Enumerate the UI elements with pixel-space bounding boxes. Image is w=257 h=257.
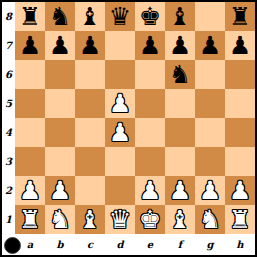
rank-label-1: 1 — [2, 205, 15, 234]
square-c8[interactable]: ♝ — [75, 2, 105, 31]
square-f4[interactable] — [165, 118, 195, 147]
black-pawn-icon[interactable]: ♟ — [165, 31, 195, 60]
square-d8[interactable]: ♛ — [105, 2, 135, 31]
white-queen-icon[interactable]: ♛ — [105, 205, 135, 234]
square-g2[interactable]: ♟ — [195, 176, 225, 205]
square-h5[interactable] — [225, 89, 255, 118]
square-c6[interactable] — [75, 60, 105, 89]
black-pawn-icon[interactable]: ♟ — [135, 31, 165, 60]
square-g3[interactable] — [195, 147, 225, 176]
square-a4[interactable] — [15, 118, 45, 147]
square-a3[interactable] — [15, 147, 45, 176]
square-a1[interactable]: ♜ — [15, 205, 45, 234]
square-d4[interactable]: ♟ — [105, 118, 135, 147]
square-f6[interactable]: ♞ — [165, 60, 195, 89]
white-pawn-icon[interactable]: ♟ — [225, 176, 255, 205]
square-g5[interactable] — [195, 89, 225, 118]
square-d3[interactable] — [105, 147, 135, 176]
square-d2[interactable] — [105, 176, 135, 205]
square-c1[interactable]: ♝ — [75, 205, 105, 234]
white-knight-icon[interactable]: ♞ — [195, 205, 225, 234]
square-f5[interactable] — [165, 89, 195, 118]
square-c3[interactable] — [75, 147, 105, 176]
square-b5[interactable] — [45, 89, 75, 118]
rank-label-2: 2 — [2, 176, 15, 205]
square-e2[interactable]: ♟ — [135, 176, 165, 205]
black-rook-icon[interactable]: ♜ — [225, 2, 255, 31]
square-c5[interactable] — [75, 89, 105, 118]
file-label-c: c — [75, 234, 105, 255]
white-bishop-icon[interactable]: ♝ — [165, 205, 195, 234]
white-bishop-icon[interactable]: ♝ — [75, 205, 105, 234]
rank-label-5: 5 — [2, 89, 15, 118]
square-c2[interactable] — [75, 176, 105, 205]
square-d5[interactable]: ♟ — [105, 89, 135, 118]
square-e4[interactable] — [135, 118, 165, 147]
square-a2[interactable]: ♟ — [15, 176, 45, 205]
chess-board[interactable]: ♜♞♝♛♚♝♜♟♟♟♟♟♟♟♞♟♟♟♟♟♟♟♟♜♞♝♛♚♝♞♜ — [15, 2, 255, 234]
square-e5[interactable] — [135, 89, 165, 118]
black-queen-icon[interactable]: ♛ — [105, 2, 135, 31]
white-pawn-icon[interactable]: ♟ — [105, 89, 135, 118]
file-label-b: b — [45, 234, 75, 255]
black-rook-icon[interactable]: ♜ — [15, 2, 45, 31]
black-knight-icon[interactable]: ♞ — [165, 60, 195, 89]
square-f7[interactable]: ♟ — [165, 31, 195, 60]
black-pawn-icon[interactable]: ♟ — [195, 31, 225, 60]
rank-label-8: 8 — [2, 2, 15, 31]
square-f2[interactable]: ♟ — [165, 176, 195, 205]
square-h4[interactable] — [225, 118, 255, 147]
square-d7[interactable] — [105, 31, 135, 60]
square-g8[interactable] — [195, 2, 225, 31]
black-pawn-icon[interactable]: ♟ — [75, 31, 105, 60]
square-f1[interactable]: ♝ — [165, 205, 195, 234]
white-pawn-icon[interactable]: ♟ — [45, 176, 75, 205]
white-rook-icon[interactable]: ♜ — [15, 205, 45, 234]
square-c4[interactable] — [75, 118, 105, 147]
white-pawn-icon[interactable]: ♟ — [105, 118, 135, 147]
square-g1[interactable]: ♞ — [195, 205, 225, 234]
square-h2[interactable]: ♟ — [225, 176, 255, 205]
square-a7[interactable]: ♟ — [15, 31, 45, 60]
square-g4[interactable] — [195, 118, 225, 147]
white-pawn-icon[interactable]: ♟ — [15, 176, 45, 205]
square-h7[interactable]: ♟ — [225, 31, 255, 60]
square-e6[interactable] — [135, 60, 165, 89]
file-label-e: e — [135, 234, 165, 255]
file-label-d: d — [105, 234, 135, 255]
square-b6[interactable] — [45, 60, 75, 89]
white-king-icon[interactable]: ♚ — [135, 205, 165, 234]
square-c7[interactable]: ♟ — [75, 31, 105, 60]
square-h3[interactable] — [225, 147, 255, 176]
square-b7[interactable]: ♟ — [45, 31, 75, 60]
square-a5[interactable] — [15, 89, 45, 118]
white-knight-icon[interactable]: ♞ — [45, 205, 75, 234]
square-f3[interactable] — [165, 147, 195, 176]
square-h8[interactable]: ♜ — [225, 2, 255, 31]
white-pawn-icon[interactable]: ♟ — [165, 176, 195, 205]
square-a6[interactable] — [15, 60, 45, 89]
square-h1[interactable]: ♜ — [225, 205, 255, 234]
rank-label-7: 7 — [2, 31, 15, 60]
black-king-icon[interactable]: ♚ — [135, 2, 165, 31]
file-label-f: f — [165, 234, 195, 255]
square-b1[interactable]: ♞ — [45, 205, 75, 234]
black-pawn-icon[interactable]: ♟ — [45, 31, 75, 60]
square-g7[interactable]: ♟ — [195, 31, 225, 60]
square-a8[interactable]: ♜ — [15, 2, 45, 31]
rank-label-3: 3 — [2, 147, 15, 176]
square-b8[interactable]: ♞ — [45, 2, 75, 31]
black-pawn-icon[interactable]: ♟ — [15, 31, 45, 60]
file-label-h: h — [225, 234, 255, 255]
square-h6[interactable] — [225, 60, 255, 89]
square-e8[interactable]: ♚ — [135, 2, 165, 31]
black-to-move-indicator — [4, 237, 21, 254]
chess-diagram: ♜♞♝♛♚♝♜♟♟♟♟♟♟♟♞♟♟♟♟♟♟♟♟♜♞♝♛♚♝♞♜ 87654321… — [0, 0, 257, 257]
rank-label-6: 6 — [2, 60, 15, 89]
black-pawn-icon[interactable]: ♟ — [225, 31, 255, 60]
square-d1[interactable]: ♛ — [105, 205, 135, 234]
black-knight-icon[interactable]: ♞ — [45, 2, 75, 31]
black-bishop-icon[interactable]: ♝ — [165, 2, 195, 31]
black-bishop-icon[interactable]: ♝ — [75, 2, 105, 31]
square-f8[interactable]: ♝ — [165, 2, 195, 31]
rank-label-4: 4 — [2, 118, 15, 147]
square-e7[interactable]: ♟ — [135, 31, 165, 60]
square-e3[interactable] — [135, 147, 165, 176]
square-b2[interactable]: ♟ — [45, 176, 75, 205]
square-b3[interactable] — [45, 147, 75, 176]
square-d6[interactable] — [105, 60, 135, 89]
white-rook-icon[interactable]: ♜ — [225, 205, 255, 234]
square-g6[interactable] — [195, 60, 225, 89]
square-b4[interactable] — [45, 118, 75, 147]
white-pawn-icon[interactable]: ♟ — [195, 176, 225, 205]
file-label-g: g — [195, 234, 225, 255]
square-e1[interactable]: ♚ — [135, 205, 165, 234]
white-pawn-icon[interactable]: ♟ — [135, 176, 165, 205]
